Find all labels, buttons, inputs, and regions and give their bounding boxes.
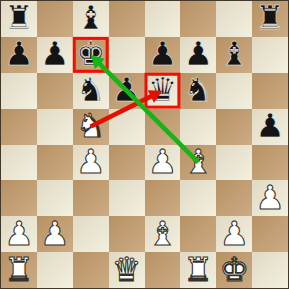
- black-queen-e6[interactable]: ♛: [148, 73, 178, 106]
- square-f1[interactable]: ♜: [180, 252, 216, 288]
- square-a2[interactable]: ♟: [1, 216, 37, 252]
- square-g6[interactable]: [216, 73, 252, 109]
- square-a3[interactable]: [1, 180, 37, 216]
- square-b4[interactable]: [37, 145, 73, 181]
- square-f6[interactable]: ♞: [180, 73, 216, 109]
- square-h7[interactable]: [252, 37, 288, 73]
- square-f7[interactable]: ♟: [180, 37, 216, 73]
- black-king-c7[interactable]: ♚: [76, 37, 106, 70]
- white-pawn-c4[interactable]: ♟: [76, 145, 106, 178]
- white-pawn-a2[interactable]: ♟: [4, 217, 34, 250]
- square-g1[interactable]: ♚: [216, 252, 252, 288]
- square-h8[interactable]: ♜: [252, 1, 288, 37]
- square-d3[interactable]: [109, 180, 145, 216]
- square-d4[interactable]: [109, 145, 145, 181]
- black-knight-f6[interactable]: ♞: [184, 73, 214, 106]
- white-pawn-b2[interactable]: ♟: [40, 217, 70, 250]
- board-frame: ♜♝♜♟♟♚♟♟♝♞♟♛♞♞♟♟♟♝♟♟♟♝♟♜♛♜♚: [0, 0, 289, 289]
- square-h4[interactable]: [252, 145, 288, 181]
- square-e3[interactable]: [145, 180, 181, 216]
- white-bishop-f4[interactable]: ♝: [184, 145, 214, 178]
- white-queen-d1[interactable]: ♛: [112, 253, 142, 286]
- square-b7[interactable]: ♟: [37, 37, 73, 73]
- black-rook-a8[interactable]: ♜: [4, 1, 34, 34]
- square-a7[interactable]: ♟: [1, 37, 37, 73]
- square-d6[interactable]: ♟: [109, 73, 145, 109]
- square-c2[interactable]: [73, 216, 109, 252]
- square-g2[interactable]: ♟: [216, 216, 252, 252]
- square-h5[interactable]: ♟: [252, 109, 288, 145]
- square-f2[interactable]: [180, 216, 216, 252]
- square-h3[interactable]: ♟: [252, 180, 288, 216]
- white-pawn-g2[interactable]: ♟: [219, 217, 249, 250]
- square-e5[interactable]: [145, 109, 181, 145]
- square-h2[interactable]: [252, 216, 288, 252]
- square-g8[interactable]: [216, 1, 252, 37]
- square-c4[interactable]: ♟: [73, 145, 109, 181]
- square-h1[interactable]: [252, 252, 288, 288]
- square-b2[interactable]: ♟: [37, 216, 73, 252]
- square-d2[interactable]: [109, 216, 145, 252]
- square-f5[interactable]: [180, 109, 216, 145]
- square-h6[interactable]: [252, 73, 288, 109]
- black-pawn-a7[interactable]: ♟: [4, 37, 34, 70]
- square-c1[interactable]: [73, 252, 109, 288]
- black-rook-h8[interactable]: ♜: [255, 1, 285, 34]
- square-f3[interactable]: [180, 180, 216, 216]
- square-e4[interactable]: ♟: [145, 145, 181, 181]
- white-rook-f1[interactable]: ♜: [184, 253, 214, 286]
- white-pawn-h3[interactable]: ♟: [255, 181, 285, 214]
- square-g3[interactable]: [216, 180, 252, 216]
- square-g5[interactable]: [216, 109, 252, 145]
- black-pawn-h5[interactable]: ♟: [255, 109, 285, 142]
- square-e8[interactable]: [145, 1, 181, 37]
- square-a8[interactable]: ♜: [1, 1, 37, 37]
- square-b8[interactable]: [37, 1, 73, 37]
- square-g7[interactable]: ♝: [216, 37, 252, 73]
- square-c6[interactable]: ♞: [73, 73, 109, 109]
- black-bishop-c8[interactable]: ♝: [76, 1, 106, 34]
- black-pawn-e7[interactable]: ♟: [148, 37, 178, 70]
- square-f8[interactable]: [180, 1, 216, 37]
- black-pawn-b7[interactable]: ♟: [40, 37, 70, 70]
- square-d8[interactable]: [109, 1, 145, 37]
- square-d7[interactable]: [109, 37, 145, 73]
- square-d1[interactable]: ♛: [109, 252, 145, 288]
- square-f4[interactable]: ♝: [180, 145, 216, 181]
- square-b5[interactable]: [37, 109, 73, 145]
- white-bishop-e2[interactable]: ♝: [148, 217, 178, 250]
- square-e2[interactable]: ♝: [145, 216, 181, 252]
- square-c7[interactable]: ♚: [73, 37, 109, 73]
- square-a4[interactable]: [1, 145, 37, 181]
- white-rook-a1[interactable]: ♜: [4, 253, 34, 286]
- square-a1[interactable]: ♜: [1, 252, 37, 288]
- white-knight-c5[interactable]: ♞: [76, 109, 106, 142]
- white-pawn-e4[interactable]: ♟: [148, 145, 178, 178]
- white-king-g1[interactable]: ♚: [219, 253, 249, 286]
- square-a6[interactable]: [1, 73, 37, 109]
- square-b3[interactable]: [37, 180, 73, 216]
- square-c3[interactable]: [73, 180, 109, 216]
- square-e6[interactable]: ♛: [145, 73, 181, 109]
- square-a5[interactable]: [1, 109, 37, 145]
- square-b6[interactable]: [37, 73, 73, 109]
- black-bishop-g7[interactable]: ♝: [219, 37, 249, 70]
- black-pawn-f7[interactable]: ♟: [184, 37, 214, 70]
- black-pawn-d6[interactable]: ♟: [112, 73, 142, 106]
- square-g4[interactable]: [216, 145, 252, 181]
- square-d5[interactable]: [109, 109, 145, 145]
- black-knight-c6[interactable]: ♞: [76, 73, 106, 106]
- square-c8[interactable]: ♝: [73, 1, 109, 37]
- square-e1[interactable]: [145, 252, 181, 288]
- chess-board: ♜♝♜♟♟♚♟♟♝♞♟♛♞♞♟♟♟♝♟♟♟♝♟♜♛♜♚: [1, 1, 288, 288]
- square-e7[interactable]: ♟: [145, 37, 181, 73]
- square-c5[interactable]: ♞: [73, 109, 109, 145]
- square-b1[interactable]: [37, 252, 73, 288]
